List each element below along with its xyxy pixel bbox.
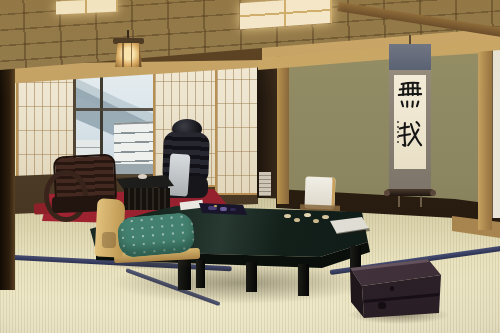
small-heater xyxy=(259,172,271,196)
tea-sweet xyxy=(294,218,300,222)
roller-knob xyxy=(430,190,436,196)
window-sash-horizontal xyxy=(76,108,156,111)
table-leg xyxy=(350,246,361,270)
scroll-calligraphy xyxy=(394,75,426,169)
tea-cup xyxy=(220,207,227,211)
pendant-lantern xyxy=(115,43,142,67)
roller-knob xyxy=(384,190,390,196)
tea-sweet xyxy=(313,219,319,223)
teal-cushion xyxy=(116,212,195,258)
scroll-signature xyxy=(397,121,399,143)
right-fusuma-edge xyxy=(492,48,500,218)
tea-sweet xyxy=(284,214,291,218)
right-pillar xyxy=(478,40,492,230)
ashtray xyxy=(138,174,147,179)
kanji-ga-strokes xyxy=(397,119,423,153)
left-door-frame xyxy=(0,40,15,290)
tray-detail xyxy=(214,205,217,207)
towel-on-chair xyxy=(168,153,191,196)
table-leg xyxy=(246,262,257,292)
building-main xyxy=(114,121,156,168)
zaisu-frame-cutout xyxy=(102,232,116,248)
kanji-mu-strokes xyxy=(397,79,423,113)
table-leg xyxy=(298,264,309,296)
tea-pot xyxy=(230,208,236,211)
scroll-tassel xyxy=(398,196,400,207)
box-keyhole xyxy=(390,286,394,291)
box-drawer-pull xyxy=(378,302,386,309)
scroll-tassel xyxy=(420,196,422,207)
shoji-screen-right xyxy=(215,53,261,195)
scroll-top-mount xyxy=(389,44,431,70)
scroll-roller-bar xyxy=(386,189,434,196)
side-table-body xyxy=(124,188,170,210)
tea-sweet xyxy=(304,213,311,217)
tea-sweet xyxy=(322,215,329,219)
ryokan-room-photo xyxy=(0,0,500,333)
corner-pillar xyxy=(277,56,289,204)
